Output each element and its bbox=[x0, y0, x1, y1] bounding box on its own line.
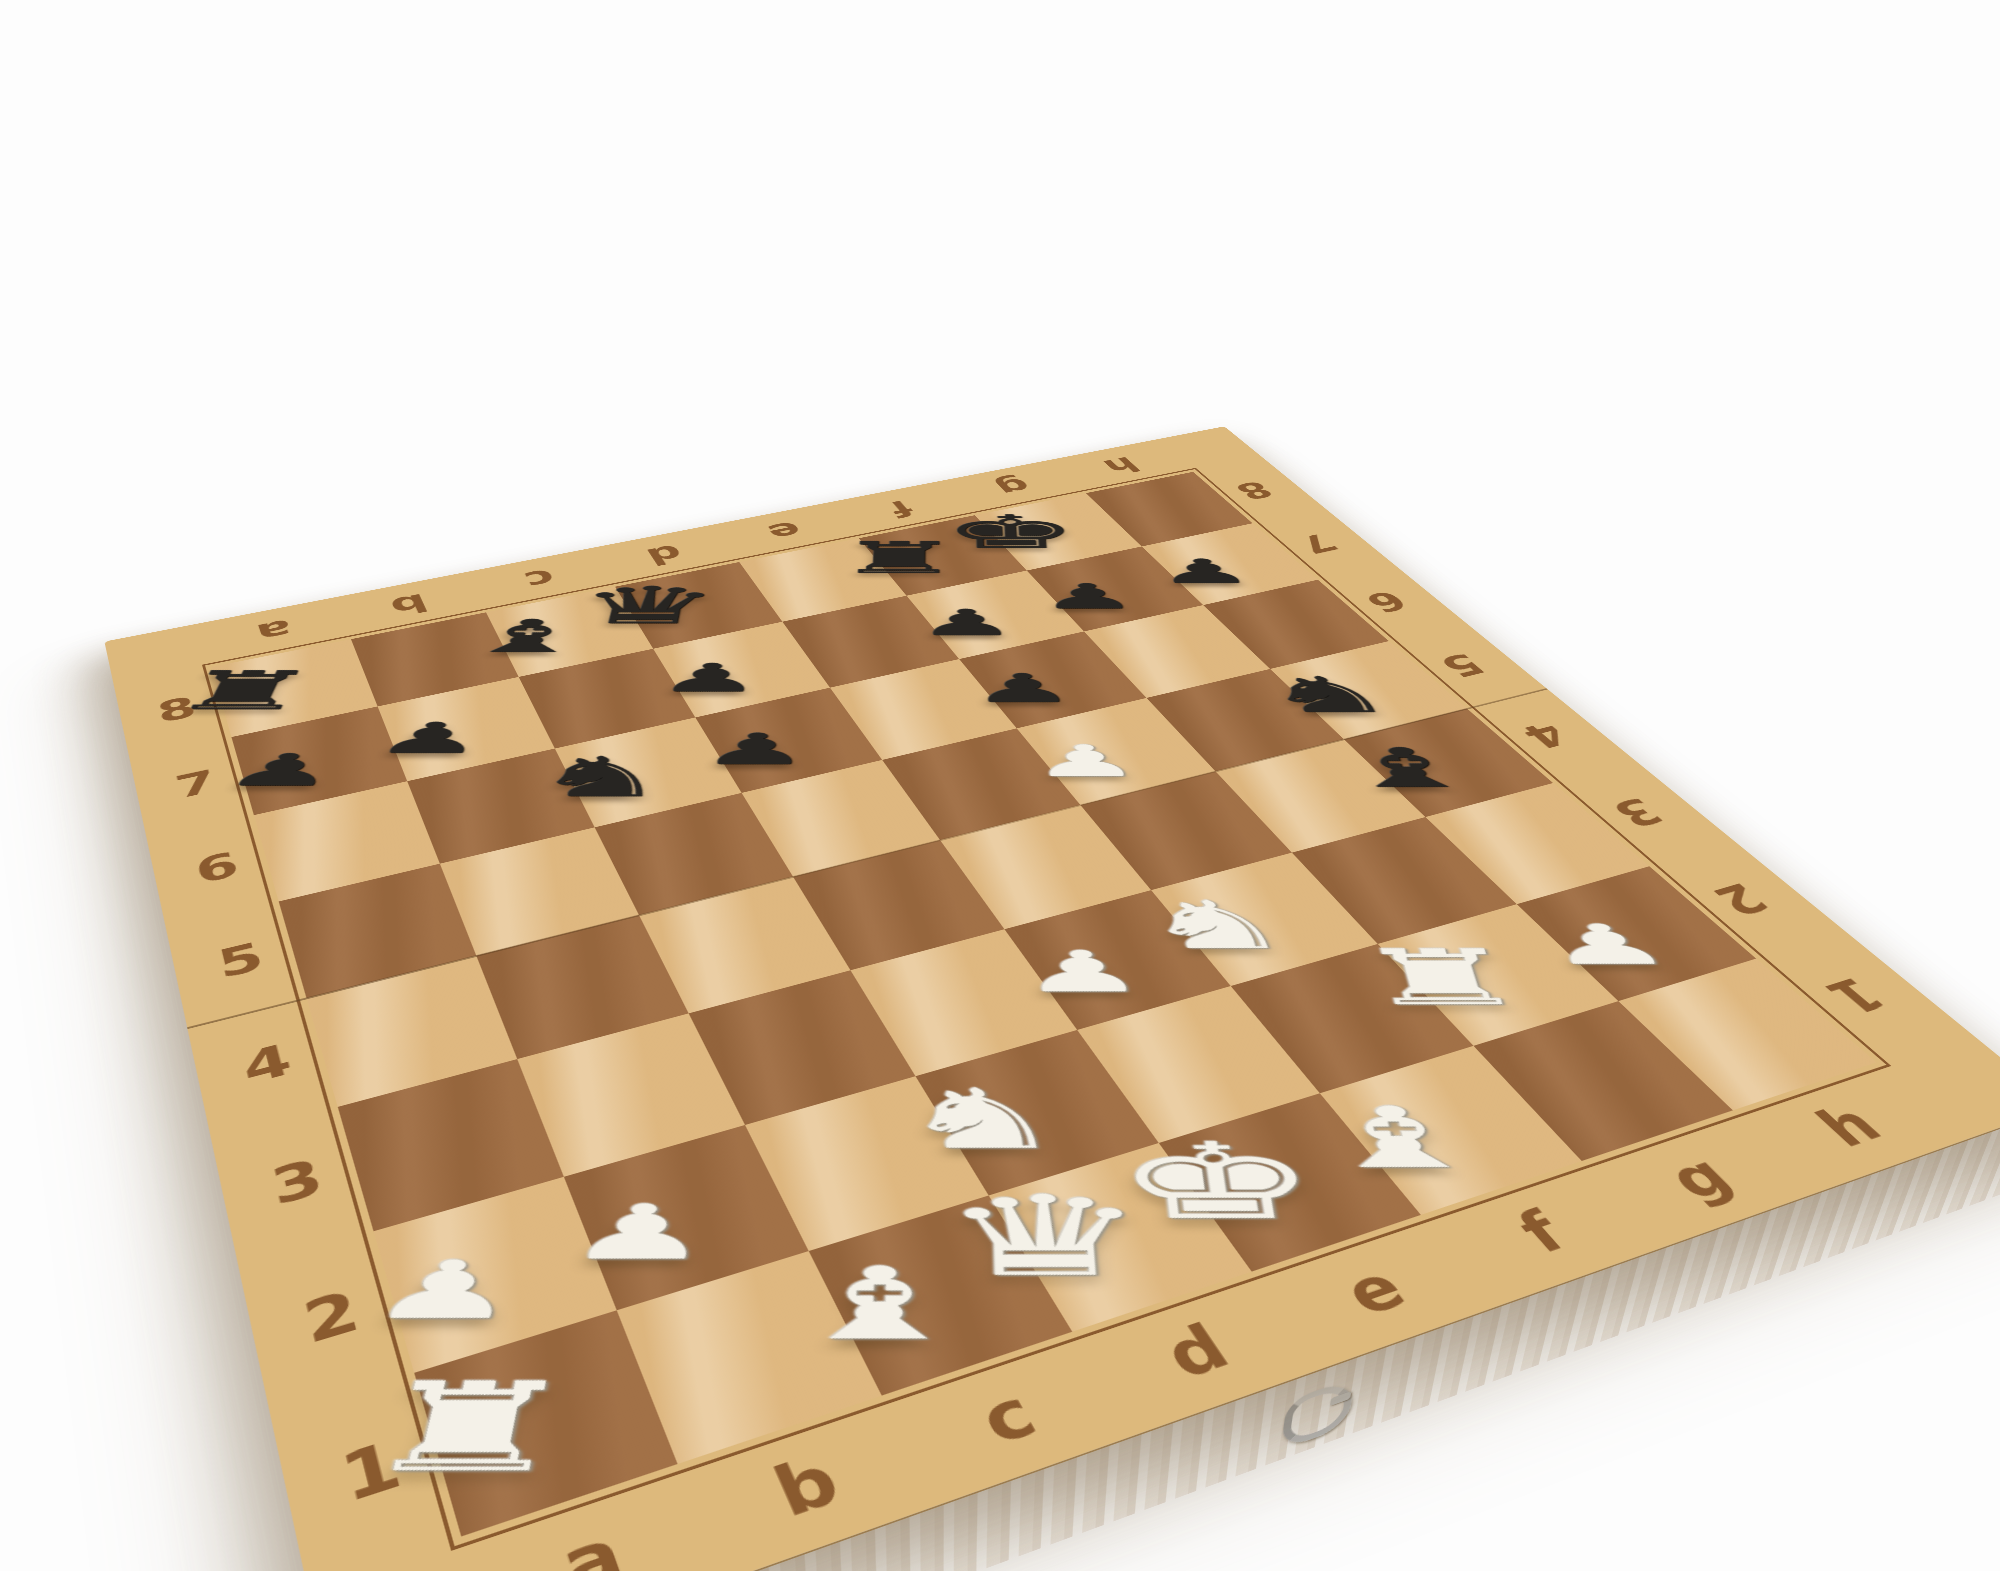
square-f2[interactable] bbox=[1231, 944, 1473, 1093]
white-knight-glyph: ♞ bbox=[1138, 894, 1298, 957]
black-pawn-glyph: ♟ bbox=[971, 670, 1077, 707]
square-b3[interactable] bbox=[518, 1014, 745, 1177]
white-pawn-glyph: ♟ bbox=[362, 1253, 529, 1329]
black-king-glyph: ♚ bbox=[942, 511, 1080, 554]
black-bishop-glyph: ♝ bbox=[458, 615, 594, 658]
white-pawn-glyph: ♟ bbox=[1019, 945, 1148, 999]
white-bishop-glyph: ♝ bbox=[783, 1256, 971, 1351]
square-e2[interactable] bbox=[1077, 986, 1320, 1143]
square-f1[interactable]: ♝ bbox=[1320, 1046, 1581, 1215]
rank-label-left-3: 3 bbox=[254, 1149, 340, 1216]
rank-label-left-1: 1 bbox=[321, 1428, 421, 1517]
square-b4[interactable] bbox=[477, 915, 689, 1059]
rank-label-right-4: 4 bbox=[1506, 716, 1585, 755]
board-grid: ♜♝♛♜♚♟♟♟♟♟♟♞♟♟♟♞♝♟♞♟♟♞♜♟♜♝♛♚♝ bbox=[211, 472, 1876, 1537]
black-pawn-glyph: ♟ bbox=[370, 718, 491, 758]
black-pawn-glyph: ♟ bbox=[218, 749, 346, 791]
rank-label-left-6: 6 bbox=[182, 844, 253, 891]
square-a4[interactable] bbox=[306, 956, 517, 1107]
rank-label-right-6: 6 bbox=[1351, 585, 1421, 617]
board-scene: ♜♝♛♜♚♟♟♟♟♟♟♞♟♟♟♞♝♟♞♟♟♞♜♟♜♝♛♚♝ 8877665544… bbox=[104, 426, 2000, 1571]
black-pawn-glyph: ♟ bbox=[699, 729, 812, 770]
square-d2[interactable]: ♞ bbox=[915, 1030, 1159, 1196]
black-pawn-glyph: ♟ bbox=[1038, 580, 1139, 613]
rank-label-left-4: 4 bbox=[227, 1035, 307, 1094]
square-g2[interactable]: ♜ bbox=[1377, 904, 1618, 1046]
rank-label-right-8: 8 bbox=[1222, 477, 1285, 504]
white-pawn-glyph: ♟ bbox=[1030, 740, 1143, 781]
square-b1[interactable] bbox=[617, 1251, 881, 1464]
square-c4[interactable] bbox=[638, 877, 850, 1014]
white-knight-glyph: ♞ bbox=[897, 1080, 1068, 1159]
square-d4[interactable] bbox=[793, 840, 1005, 970]
black-knight-glyph: ♞ bbox=[527, 751, 675, 803]
rank-label-left-2: 2 bbox=[285, 1279, 378, 1356]
rank-label-right-3: 3 bbox=[1595, 791, 1679, 835]
white-bishop-glyph: ♝ bbox=[1305, 1097, 1493, 1177]
rank-label-left-7: 7 bbox=[162, 764, 229, 806]
black-rook-glyph: ♜ bbox=[162, 665, 326, 715]
black-pawn-glyph: ♟ bbox=[655, 660, 764, 697]
square-a1[interactable]: ♜ bbox=[414, 1310, 678, 1537]
square-c1[interactable]: ♝ bbox=[808, 1195, 1072, 1395]
black-pawn-glyph: ♟ bbox=[1154, 556, 1255, 588]
square-e1[interactable]: ♚ bbox=[1159, 1093, 1421, 1272]
square-a5[interactable] bbox=[279, 863, 477, 998]
rank-label-right-2: 2 bbox=[1695, 875, 1785, 924]
square-a3[interactable] bbox=[338, 1059, 564, 1231]
white-rook-glyph: ♜ bbox=[349, 1369, 587, 1486]
rank-label-left-5: 5 bbox=[203, 934, 278, 986]
white-king-glyph: ♚ bbox=[1109, 1132, 1329, 1232]
latch-icon[interactable] bbox=[1274, 1373, 1357, 1448]
black-rook-glyph: ♜ bbox=[835, 537, 963, 578]
rank-label-right-7: 7 bbox=[1284, 529, 1351, 559]
chess-board: ♜♝♛♜♚♟♟♟♟♟♟♞♟♟♟♞♝♟♞♟♟♞♜♟♜♝♛♚♝ 8877665544… bbox=[104, 426, 2000, 1571]
black-knight-glyph: ♞ bbox=[1258, 671, 1399, 718]
white-queen-glyph: ♛ bbox=[939, 1184, 1156, 1290]
white-pawn-glyph: ♟ bbox=[1536, 919, 1679, 971]
white-pawn-glyph: ♟ bbox=[563, 1197, 718, 1269]
photo-canvas: ♜♝♛♜♚♟♟♟♟♟♟♞♟♟♟♞♝♟♞♟♟♞♜♟♜♝♛♚♝ 8877665544… bbox=[0, 0, 2000, 1571]
square-c2[interactable] bbox=[744, 1076, 988, 1251]
rank-label-right-5: 5 bbox=[1425, 647, 1499, 683]
black-pawn-glyph: ♟ bbox=[917, 606, 1017, 640]
square-h2[interactable]: ♟ bbox=[1516, 866, 1756, 1001]
square-c3[interactable] bbox=[688, 970, 915, 1124]
square-h1[interactable] bbox=[1618, 958, 1876, 1110]
square-a2[interactable]: ♟ bbox=[373, 1176, 617, 1372]
square-f3[interactable]: ♞ bbox=[1151, 853, 1377, 986]
square-b5[interactable] bbox=[440, 827, 638, 955]
white-rook-glyph: ♜ bbox=[1349, 942, 1538, 1015]
square-d3[interactable] bbox=[850, 929, 1077, 1076]
latch-hook-icon bbox=[1280, 1376, 1356, 1450]
square-b2[interactable]: ♟ bbox=[564, 1125, 808, 1310]
square-e3[interactable]: ♟ bbox=[1005, 890, 1231, 1029]
square-g1[interactable] bbox=[1473, 1001, 1733, 1161]
square-d1[interactable]: ♛ bbox=[988, 1143, 1251, 1332]
black-bishop-glyph: ♝ bbox=[1332, 742, 1483, 794]
